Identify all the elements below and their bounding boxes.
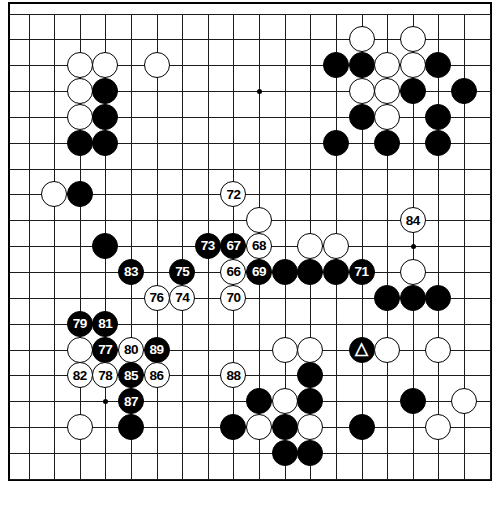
move-number: 74: [175, 291, 189, 305]
move-number: 72: [226, 188, 240, 202]
black-stone: [323, 52, 349, 78]
white-stone: 76: [144, 285, 170, 311]
black-stone: [272, 440, 298, 466]
move-number: 87: [124, 395, 138, 409]
black-stone: [67, 181, 93, 207]
white-stone: 84: [400, 207, 426, 233]
black-stone: [297, 440, 323, 466]
move-number: 80: [124, 343, 138, 357]
black-stone: [323, 130, 349, 156]
black-stone: [374, 130, 400, 156]
white-stone: [144, 52, 170, 78]
black-stone: [451, 78, 477, 104]
black-stone: [92, 104, 118, 130]
grid-line-vertical: [490, 14, 491, 480]
white-stone: [425, 337, 451, 363]
move-number: 83: [124, 265, 138, 279]
move-number: 68: [252, 239, 266, 253]
white-stone: [67, 337, 93, 363]
black-stone: 77: [92, 337, 118, 363]
move-number: 67: [226, 239, 240, 253]
white-stone: [67, 104, 93, 130]
grid-line-vertical: [54, 14, 55, 480]
move-number: 69: [252, 265, 266, 279]
black-stone: [92, 78, 118, 104]
white-stone: 82: [67, 362, 93, 388]
white-stone: 74: [169, 285, 195, 311]
black-stone: 67: [220, 233, 246, 259]
black-stone: 85: [118, 362, 144, 388]
move-number: 85: [124, 369, 138, 383]
black-stone: [297, 259, 323, 285]
white-stone: [41, 181, 67, 207]
black-stone: [425, 130, 451, 156]
move-number: 70: [226, 291, 240, 305]
grid-line-vertical: [157, 14, 158, 480]
black-stone: 83: [118, 259, 144, 285]
white-stone: [297, 233, 323, 259]
grid-line-horizontal: [10, 169, 491, 170]
white-stone: [323, 233, 349, 259]
black-stone: [272, 259, 298, 285]
black-stone: 89: [144, 337, 170, 363]
go-board: 728473676883756669717674707981778089△827…: [10, 4, 490, 479]
black-stone: [220, 414, 246, 440]
white-stone: 66: [220, 259, 246, 285]
black-stone: [425, 52, 451, 78]
diagram-frame: 728473676883756669717674707981778089△827…: [8, 2, 492, 481]
white-stone: [246, 414, 272, 440]
move-number: 75: [175, 265, 189, 279]
black-stone: △: [349, 337, 375, 363]
white-stone: [374, 52, 400, 78]
black-stone: 81: [92, 311, 118, 337]
grid-line-horizontal: [10, 479, 491, 480]
go-diagram-page: { "game": "go", "board": { "size": 19, "…: [0, 0, 496, 519]
white-stone: [400, 259, 426, 285]
black-stone: [425, 285, 451, 311]
white-stone: [400, 26, 426, 52]
black-stone: [400, 285, 426, 311]
move-number: 76: [150, 291, 164, 305]
black-stone: 79: [67, 311, 93, 337]
white-stone: [67, 414, 93, 440]
white-stone: 68: [246, 233, 272, 259]
black-stone: [297, 388, 323, 414]
black-stone: [400, 78, 426, 104]
move-number: 77: [98, 343, 112, 357]
white-stone: [374, 78, 400, 104]
black-stone: [349, 104, 375, 130]
white-stone: [374, 104, 400, 130]
move-number: 82: [73, 369, 87, 383]
move-number: 66: [226, 265, 240, 279]
black-stone: [425, 104, 451, 130]
grid-line-horizontal: [10, 453, 491, 454]
move-number: 86: [150, 369, 164, 383]
white-stone: [349, 78, 375, 104]
white-stone: [349, 26, 375, 52]
white-stone: [67, 52, 93, 78]
move-number: 84: [406, 214, 420, 228]
move-number: 78: [98, 369, 112, 383]
black-stone: [374, 285, 400, 311]
white-stone: 86: [144, 362, 170, 388]
black-stone: 75: [169, 259, 195, 285]
black-stone: [272, 414, 298, 440]
grid-line-vertical: [438, 14, 439, 480]
black-stone: 71: [349, 259, 375, 285]
black-stone: [349, 414, 375, 440]
white-stone: [400, 52, 426, 78]
move-number: 73: [201, 239, 215, 253]
white-stone: 70: [220, 285, 246, 311]
black-stone: [67, 130, 93, 156]
white-stone: [92, 52, 118, 78]
black-stone: [400, 388, 426, 414]
black-stone: [349, 52, 375, 78]
grid-line-vertical: [182, 14, 183, 480]
star-point: [257, 89, 262, 94]
white-stone: [272, 388, 298, 414]
white-stone: [374, 337, 400, 363]
black-stone: [297, 362, 323, 388]
white-stone: [67, 78, 93, 104]
grid-line-horizontal: [10, 14, 491, 15]
white-stone: 88: [220, 362, 246, 388]
black-stone: [118, 414, 144, 440]
black-stone: 73: [195, 233, 221, 259]
move-number: 88: [226, 369, 240, 383]
black-stone: [246, 388, 272, 414]
black-stone: 87: [118, 388, 144, 414]
black-stone: [92, 233, 118, 259]
triangle-mark: △: [355, 340, 368, 357]
move-number: 89: [150, 343, 164, 357]
white-stone: [297, 337, 323, 363]
star-point: [411, 244, 416, 249]
black-stone: [323, 259, 349, 285]
move-number: 81: [98, 317, 112, 331]
black-stone: 69: [246, 259, 272, 285]
white-stone: 80: [118, 337, 144, 363]
black-stone: [92, 130, 118, 156]
white-stone: 72: [220, 181, 246, 207]
move-number: 71: [355, 265, 369, 279]
move-number: 79: [73, 317, 87, 331]
white-stone: [297, 414, 323, 440]
white-stone: [425, 414, 451, 440]
star-point: [103, 399, 108, 404]
white-stone: [451, 388, 477, 414]
white-stone: [246, 207, 272, 233]
white-stone: 78: [92, 362, 118, 388]
grid-line-vertical: [29, 14, 30, 480]
white-stone: [272, 337, 298, 363]
